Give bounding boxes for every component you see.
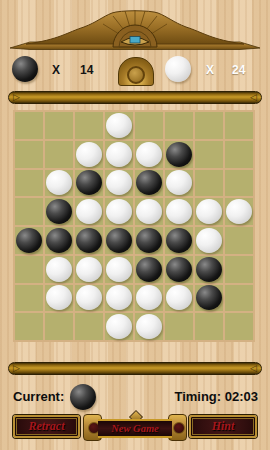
board-cell-c4[interactable] xyxy=(75,198,103,225)
board-cell-b8[interactable] xyxy=(45,313,73,340)
board-cell-d2[interactable] xyxy=(105,141,133,168)
board-cell-e6[interactable] xyxy=(135,256,163,283)
bottom-divider-bar: ▷ ◁ xyxy=(8,362,262,375)
board-cell-g5[interactable] xyxy=(195,227,223,254)
board-cell-b7[interactable] xyxy=(45,285,73,312)
new-game-bar: New Game xyxy=(98,419,172,438)
board-cell-f3[interactable] xyxy=(165,170,193,197)
black-stone xyxy=(196,285,222,310)
board-cell-d8[interactable] xyxy=(105,313,133,340)
white-stone xyxy=(136,314,162,339)
board-cell-e7[interactable] xyxy=(135,285,163,312)
bar-right-arrow-icon: ◁ xyxy=(250,363,257,374)
white-stone xyxy=(46,257,72,282)
board-cell-h5[interactable] xyxy=(225,227,253,254)
hint-button[interactable]: Hint xyxy=(189,415,257,438)
black-stone xyxy=(166,142,192,167)
board-cell-a1[interactable] xyxy=(15,112,43,139)
board-cell-b1[interactable] xyxy=(45,112,73,139)
board-cell-g3[interactable] xyxy=(195,170,223,197)
white-stone xyxy=(46,170,72,195)
board-cell-b4[interactable] xyxy=(45,198,73,225)
board-cell-a8[interactable] xyxy=(15,313,43,340)
board-cell-h8[interactable] xyxy=(225,313,253,340)
board-cell-e8[interactable] xyxy=(135,313,163,340)
board-cell-f6[interactable] xyxy=(165,256,193,283)
black-score-stone-icon xyxy=(12,56,38,82)
black-stone xyxy=(76,170,102,195)
new-game-button-label: New Game xyxy=(111,423,159,434)
board-cell-e5[interactable] xyxy=(135,227,163,254)
white-score-label: X xyxy=(206,63,214,77)
board-cell-b3[interactable] xyxy=(45,170,73,197)
bar-left-arrow-icon: ▷ xyxy=(13,92,20,103)
board xyxy=(13,110,255,342)
board-cell-d5[interactable] xyxy=(105,227,133,254)
board-cell-c5[interactable] xyxy=(75,227,103,254)
white-stone xyxy=(136,142,162,167)
bar-right-arrow-icon: ◁ xyxy=(250,92,257,103)
bar-left-arrow-icon: ▷ xyxy=(13,363,20,374)
board-cell-f5[interactable] xyxy=(165,227,193,254)
black-score-label: X xyxy=(52,63,60,77)
score-medallion-ornament xyxy=(118,57,154,86)
board-cell-h6[interactable] xyxy=(225,256,253,283)
board-cell-f2[interactable] xyxy=(165,141,193,168)
black-stone xyxy=(46,199,72,224)
black-score-count: 14 xyxy=(80,63,93,77)
white-stone xyxy=(106,113,132,138)
black-stone xyxy=(196,257,222,282)
board-cell-h4[interactable] xyxy=(225,198,253,225)
white-stone xyxy=(166,170,192,195)
white-stone xyxy=(106,314,132,339)
board-cell-f4[interactable] xyxy=(165,198,193,225)
board-cell-a5[interactable] xyxy=(15,227,43,254)
board-cell-d4[interactable] xyxy=(105,198,133,225)
white-stone xyxy=(106,170,132,195)
board-cell-g1[interactable] xyxy=(195,112,223,139)
white-stone xyxy=(166,285,192,310)
black-stone xyxy=(136,228,162,253)
white-score-count: 24 xyxy=(232,63,245,77)
board-cell-c7[interactable] xyxy=(75,285,103,312)
white-stone xyxy=(166,199,192,224)
black-stone xyxy=(166,257,192,282)
board-cell-f7[interactable] xyxy=(165,285,193,312)
white-score-stone-icon xyxy=(165,56,191,82)
top-divider-bar: ▷ ◁ xyxy=(8,91,262,104)
board-cell-g7[interactable] xyxy=(195,285,223,312)
board-cell-c3[interactable] xyxy=(75,170,103,197)
board-cell-b6[interactable] xyxy=(45,256,73,283)
board-cell-e4[interactable] xyxy=(135,198,163,225)
board-cell-a6[interactable] xyxy=(15,256,43,283)
black-stone xyxy=(166,228,192,253)
black-stone xyxy=(136,170,162,195)
board-cell-d3[interactable] xyxy=(105,170,133,197)
timing-label: Timing: 02:03 xyxy=(174,389,258,404)
board-cell-c8[interactable] xyxy=(75,313,103,340)
board-cell-f1[interactable] xyxy=(165,112,193,139)
white-stone xyxy=(46,285,72,310)
board-cell-b2[interactable] xyxy=(45,141,73,168)
hint-button-label: Hint xyxy=(212,419,235,434)
white-stone xyxy=(136,199,162,224)
white-stone xyxy=(106,257,132,282)
retract-button[interactable]: Retract xyxy=(13,415,80,438)
white-stone xyxy=(106,285,132,310)
white-stone xyxy=(76,257,102,282)
white-stone xyxy=(76,142,102,167)
white-stone xyxy=(106,199,132,224)
board-cell-g2[interactable] xyxy=(195,141,223,168)
board-cell-a2[interactable] xyxy=(15,141,43,168)
board-cell-a3[interactable] xyxy=(15,170,43,197)
board-cell-c6[interactable] xyxy=(75,256,103,283)
board-cell-e2[interactable] xyxy=(135,141,163,168)
board-cell-h3[interactable] xyxy=(225,170,253,197)
board-cell-d6[interactable] xyxy=(105,256,133,283)
board-cell-g8[interactable] xyxy=(195,313,223,340)
board-cell-h2[interactable] xyxy=(225,141,253,168)
board-cell-f8[interactable] xyxy=(165,313,193,340)
board-cell-d7[interactable] xyxy=(105,285,133,312)
board-cell-g4[interactable] xyxy=(195,198,223,225)
header-ornament xyxy=(0,2,270,52)
black-stone xyxy=(136,257,162,282)
board-cell-h7[interactable] xyxy=(225,285,253,312)
white-stone xyxy=(76,199,102,224)
current-player-label: Current: xyxy=(13,389,64,404)
new-game-button[interactable]: New Game xyxy=(83,412,187,442)
black-stone xyxy=(16,228,42,253)
black-stone xyxy=(106,228,132,253)
board-cell-a4[interactable] xyxy=(15,198,43,225)
black-stone xyxy=(46,228,72,253)
board-cell-h1[interactable] xyxy=(225,112,253,139)
board-cell-c1[interactable] xyxy=(75,112,103,139)
board-cell-a7[interactable] xyxy=(15,285,43,312)
board-cell-g6[interactable] xyxy=(195,256,223,283)
board-cell-c2[interactable] xyxy=(75,141,103,168)
board-cell-d1[interactable] xyxy=(105,112,133,139)
white-stone xyxy=(226,199,252,224)
board-cell-b5[interactable] xyxy=(45,227,73,254)
white-stone xyxy=(196,199,222,224)
current-player-stone xyxy=(70,384,96,410)
white-stone xyxy=(106,142,132,167)
board-cell-e1[interactable] xyxy=(135,112,163,139)
app-screen: X 14 X 24 ▷ ◁ ▷ ◁ Current: Timing: 02:03… xyxy=(0,0,270,450)
white-stone xyxy=(136,285,162,310)
retract-button-label: Retract xyxy=(29,419,65,434)
white-stone xyxy=(196,228,222,253)
black-stone xyxy=(76,228,102,253)
board-cell-e3[interactable] xyxy=(135,170,163,197)
white-stone xyxy=(76,285,102,310)
